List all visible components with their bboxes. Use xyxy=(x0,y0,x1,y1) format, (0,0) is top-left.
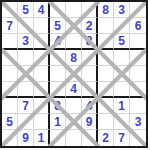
sudoku-screenshot: 54837526348584784151939127 xyxy=(0,0,150,150)
cell-r9c5[interactable] xyxy=(66,130,82,146)
cell-r9c9[interactable] xyxy=(130,130,146,146)
cell-r4c9[interactable] xyxy=(130,50,146,66)
cell-r6c8[interactable] xyxy=(114,82,130,98)
given-digit: 5 xyxy=(6,116,13,128)
cell-r5c4[interactable] xyxy=(50,66,66,82)
cell-r5c8[interactable] xyxy=(114,66,130,82)
cell-r2c2[interactable] xyxy=(18,18,34,34)
given-digit: 1 xyxy=(118,100,125,112)
cell-r7c8[interactable]: 1 xyxy=(114,98,130,114)
cell-r7c6[interactable]: 4 xyxy=(82,98,98,114)
cell-r4c7[interactable] xyxy=(98,50,114,66)
cell-r4c4[interactable] xyxy=(50,50,66,66)
cell-r2c7[interactable] xyxy=(98,18,114,34)
cell-r8c3[interactable] xyxy=(34,114,50,130)
cell-r3c3[interactable] xyxy=(34,34,50,50)
cell-r1c6[interactable] xyxy=(82,2,98,18)
cell-r8c4[interactable]: 1 xyxy=(50,114,66,130)
cell-r6c3[interactable] xyxy=(34,82,50,98)
given-digit: 6 xyxy=(135,20,142,32)
given-digit: 8 xyxy=(54,100,61,112)
cell-r6c6[interactable] xyxy=(82,82,98,98)
given-digit: 5 xyxy=(54,20,61,32)
given-digit: 8 xyxy=(102,4,109,16)
cell-r3c9[interactable] xyxy=(130,34,146,50)
cell-r1c5[interactable] xyxy=(66,2,82,18)
given-digit: 9 xyxy=(86,116,93,128)
cell-r7c7[interactable] xyxy=(98,98,114,114)
given-digit: 5 xyxy=(118,35,125,47)
cell-r7c1[interactable] xyxy=(2,98,18,114)
sudoku-board: 54837526348584784151939127 xyxy=(0,0,148,148)
cell-r7c2[interactable]: 7 xyxy=(18,98,34,114)
cell-r3c5[interactable] xyxy=(66,34,82,50)
cell-r2c8[interactable] xyxy=(114,18,130,34)
cell-r5c5[interactable] xyxy=(66,66,82,82)
given-digit: 7 xyxy=(22,100,29,112)
cell-r4c1[interactable] xyxy=(2,50,18,66)
cell-r1c9[interactable] xyxy=(130,2,146,18)
cell-r3c4[interactable]: 4 xyxy=(50,34,66,50)
cell-r3c2[interactable]: 3 xyxy=(18,34,34,50)
given-digit: 4 xyxy=(54,35,61,47)
cell-r1c7[interactable]: 8 xyxy=(98,2,114,18)
cell-r8c7[interactable] xyxy=(98,114,114,130)
cell-r7c9[interactable] xyxy=(130,98,146,114)
cell-r8c1[interactable]: 5 xyxy=(2,114,18,130)
given-digit: 3 xyxy=(22,35,29,47)
cell-r5c1[interactable] xyxy=(2,66,18,82)
cell-r9c6[interactable] xyxy=(82,130,98,146)
cell-r6c7[interactable] xyxy=(98,82,114,98)
given-digit: 7 xyxy=(118,132,125,144)
cell-r5c7[interactable] xyxy=(98,66,114,82)
given-digit: 4 xyxy=(38,4,45,16)
cell-r8c6[interactable]: 9 xyxy=(82,114,98,130)
given-digit: 8 xyxy=(70,52,77,64)
given-digit: 7 xyxy=(6,20,13,32)
cell-r9c8[interactable]: 7 xyxy=(114,130,130,146)
given-digit: 2 xyxy=(102,132,109,144)
cell-r8c9[interactable]: 3 xyxy=(130,114,146,130)
cell-r4c8[interactable] xyxy=(114,50,130,66)
cell-r8c8[interactable] xyxy=(114,114,130,130)
given-digit: 3 xyxy=(135,116,142,128)
cell-r3c7[interactable] xyxy=(98,34,114,50)
cell-r1c2[interactable]: 5 xyxy=(18,2,34,18)
cell-r4c5[interactable]: 8 xyxy=(66,50,82,66)
cell-r2c1[interactable]: 7 xyxy=(2,18,18,34)
cell-r2c6[interactable]: 2 xyxy=(82,18,98,34)
cell-r3c6[interactable]: 8 xyxy=(82,34,98,50)
given-digit: 2 xyxy=(86,20,93,32)
cell-r9c1[interactable] xyxy=(2,130,18,146)
cell-r6c5[interactable]: 4 xyxy=(66,82,82,98)
cell-r6c2[interactable] xyxy=(18,82,34,98)
cell-r4c3[interactable] xyxy=(34,50,50,66)
cell-r6c1[interactable] xyxy=(2,82,18,98)
given-digit: 9 xyxy=(22,132,29,144)
cell-r2c5[interactable] xyxy=(66,18,82,34)
cell-r1c1[interactable] xyxy=(2,2,18,18)
cell-r5c9[interactable] xyxy=(130,66,146,82)
given-digit: 4 xyxy=(86,100,93,112)
cell-r9c7[interactable]: 2 xyxy=(98,130,114,146)
sudoku-grid: 54837526348584784151939127 xyxy=(2,2,146,146)
cell-r5c6[interactable] xyxy=(82,66,98,82)
cell-r6c9[interactable] xyxy=(130,82,146,98)
cell-r7c5[interactable] xyxy=(66,98,82,114)
cell-r1c3[interactable]: 4 xyxy=(34,2,50,18)
cell-r8c5[interactable] xyxy=(66,114,82,130)
given-digit: 3 xyxy=(118,4,125,16)
cell-r7c3[interactable] xyxy=(34,98,50,114)
cell-r4c2[interactable] xyxy=(18,50,34,66)
given-digit: 8 xyxy=(86,35,93,47)
cell-r9c4[interactable] xyxy=(50,130,66,146)
cell-r1c4[interactable] xyxy=(50,2,66,18)
cell-r2c4[interactable]: 5 xyxy=(50,18,66,34)
cell-r2c9[interactable]: 6 xyxy=(130,18,146,34)
cell-r6c4[interactable] xyxy=(50,82,66,98)
cell-r5c3[interactable] xyxy=(34,66,50,82)
cell-r4c6[interactable] xyxy=(82,50,98,66)
cell-r1c8[interactable]: 3 xyxy=(114,2,130,18)
cell-r3c1[interactable] xyxy=(2,34,18,50)
given-digit: 4 xyxy=(70,83,77,95)
given-digit: 1 xyxy=(54,116,61,128)
given-digit: 5 xyxy=(22,4,29,16)
cell-r3c8[interactable]: 5 xyxy=(114,34,130,50)
cell-r9c2[interactable]: 9 xyxy=(18,130,34,146)
cell-r7c4[interactable]: 8 xyxy=(50,98,66,114)
cell-r9c3[interactable]: 1 xyxy=(34,130,50,146)
cell-r2c3[interactable] xyxy=(34,18,50,34)
cell-r5c2[interactable] xyxy=(18,66,34,82)
given-digit: 1 xyxy=(38,132,45,144)
cell-r8c2[interactable] xyxy=(18,114,34,130)
